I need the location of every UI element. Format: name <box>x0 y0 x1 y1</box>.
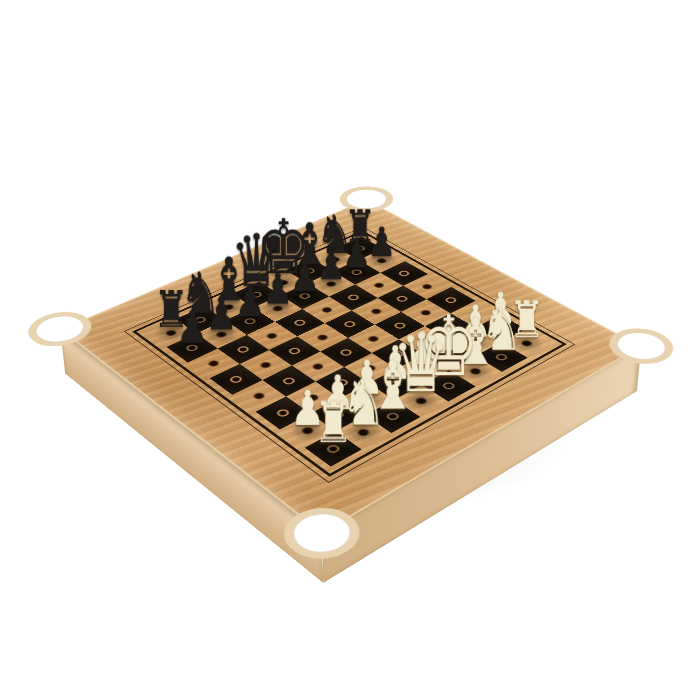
perspective-viewport: ♜♞♝♛♚♝♞♜♟♟♟♟♟♟♟♟♟♟♟♟♟♟♟♟♜♞♝♛♚♝♞♜ <box>0 0 700 700</box>
board-plane: ♜♞♝♛♚♝♞♜♟♟♟♟♟♟♟♟♟♟♟♟♟♟♟♟♜♞♝♛♚♝♞♜ <box>60 200 641 534</box>
product-photo-scene: ♜♞♝♛♚♝♞♜♟♟♟♟♟♟♟♟♟♟♟♟♟♟♟♟♜♞♝♛♚♝♞♜ <box>0 0 700 700</box>
